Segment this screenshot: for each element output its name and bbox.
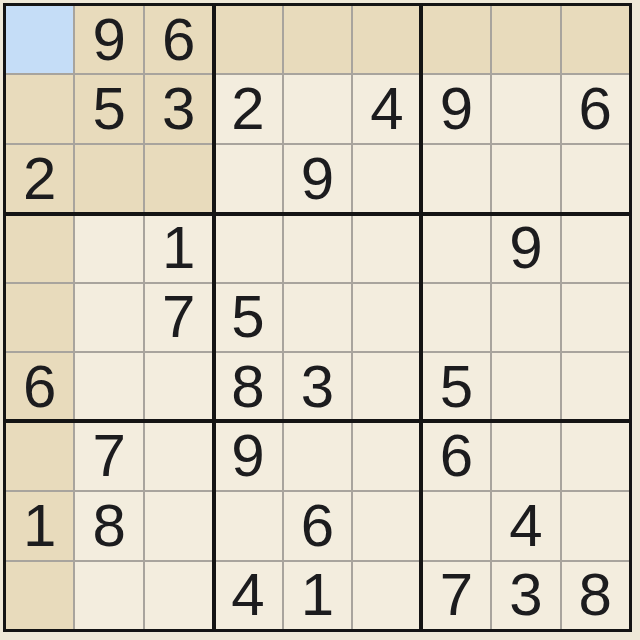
cell-r5c9[interactable] bbox=[562, 284, 629, 351]
cell-r3c8[interactable] bbox=[492, 145, 559, 212]
cell-r5c6[interactable] bbox=[353, 284, 420, 351]
cell-r2c5[interactable] bbox=[284, 75, 351, 142]
cell-r3c3[interactable] bbox=[145, 145, 212, 212]
cell-r6c9[interactable] bbox=[562, 353, 629, 420]
cell-r2c8[interactable] bbox=[492, 75, 559, 142]
cell-r5c3[interactable]: 7 bbox=[145, 284, 212, 351]
cell-r6c5[interactable]: 3 bbox=[284, 353, 351, 420]
cell-r6c2[interactable] bbox=[75, 353, 142, 420]
cell-r5c1[interactable] bbox=[6, 284, 73, 351]
cell-r2c1[interactable] bbox=[6, 75, 73, 142]
cell-r8c3[interactable] bbox=[145, 492, 212, 559]
cell-r9c3[interactable] bbox=[145, 562, 212, 629]
cell-r4c8[interactable]: 9 bbox=[492, 214, 559, 281]
cell-r8c6[interactable] bbox=[353, 492, 420, 559]
cell-r7c4[interactable]: 9 bbox=[214, 423, 281, 490]
cell-r1c6[interactable] bbox=[353, 6, 420, 73]
cell-r6c1[interactable]: 6 bbox=[6, 353, 73, 420]
cell-r4c3[interactable]: 1 bbox=[145, 214, 212, 281]
cell-r7c3[interactable] bbox=[145, 423, 212, 490]
cell-r8c1[interactable]: 1 bbox=[6, 492, 73, 559]
cell-r7c7[interactable]: 6 bbox=[423, 423, 490, 490]
cell-r6c7[interactable]: 5 bbox=[423, 353, 490, 420]
cell-r6c3[interactable] bbox=[145, 353, 212, 420]
cell-r3c1[interactable]: 2 bbox=[6, 145, 73, 212]
cell-r7c5[interactable] bbox=[284, 423, 351, 490]
cell-r6c8[interactable] bbox=[492, 353, 559, 420]
cell-r8c9[interactable] bbox=[562, 492, 629, 559]
cell-r1c5[interactable] bbox=[284, 6, 351, 73]
cell-r2c7[interactable]: 9 bbox=[423, 75, 490, 142]
cell-r8c4[interactable] bbox=[214, 492, 281, 559]
cell-r9c7[interactable]: 7 bbox=[423, 562, 490, 629]
cell-r7c6[interactable] bbox=[353, 423, 420, 490]
cell-r4c5[interactable] bbox=[284, 214, 351, 281]
cell-r3c5[interactable]: 9 bbox=[284, 145, 351, 212]
cell-r9c5[interactable]: 1 bbox=[284, 562, 351, 629]
cell-r6c4[interactable]: 8 bbox=[214, 353, 281, 420]
cell-r2c9[interactable]: 6 bbox=[562, 75, 629, 142]
cell-r9c6[interactable] bbox=[353, 562, 420, 629]
cell-r8c5[interactable]: 6 bbox=[284, 492, 351, 559]
cell-r4c4[interactable] bbox=[214, 214, 281, 281]
cell-r6c6[interactable] bbox=[353, 353, 420, 420]
cell-r9c4[interactable]: 4 bbox=[214, 562, 281, 629]
cell-r7c1[interactable] bbox=[6, 423, 73, 490]
cell-r3c6[interactable] bbox=[353, 145, 420, 212]
cell-r2c3[interactable]: 3 bbox=[145, 75, 212, 142]
cell-r4c1[interactable] bbox=[6, 214, 73, 281]
cell-r2c6[interactable]: 4 bbox=[353, 75, 420, 142]
cell-r1c9[interactable] bbox=[562, 6, 629, 73]
sudoku-board: 965324962919756835796186441738 bbox=[3, 3, 632, 632]
cell-r5c2[interactable] bbox=[75, 284, 142, 351]
cell-r1c1[interactable] bbox=[6, 6, 73, 73]
cell-r9c9[interactable]: 8 bbox=[562, 562, 629, 629]
cell-r2c4[interactable]: 2 bbox=[214, 75, 281, 142]
cell-r5c5[interactable] bbox=[284, 284, 351, 351]
cell-r3c2[interactable] bbox=[75, 145, 142, 212]
cell-r9c8[interactable]: 3 bbox=[492, 562, 559, 629]
cell-r4c7[interactable] bbox=[423, 214, 490, 281]
cell-r5c8[interactable] bbox=[492, 284, 559, 351]
cell-r8c7[interactable] bbox=[423, 492, 490, 559]
cell-r7c9[interactable] bbox=[562, 423, 629, 490]
cell-r1c4[interactable] bbox=[214, 6, 281, 73]
cell-r1c2[interactable]: 9 bbox=[75, 6, 142, 73]
cell-r5c7[interactable] bbox=[423, 284, 490, 351]
cell-r9c2[interactable] bbox=[75, 562, 142, 629]
cell-r1c7[interactable] bbox=[423, 6, 490, 73]
cell-r8c2[interactable]: 8 bbox=[75, 492, 142, 559]
cell-r3c9[interactable] bbox=[562, 145, 629, 212]
cell-r9c1[interactable] bbox=[6, 562, 73, 629]
cell-r4c6[interactable] bbox=[353, 214, 420, 281]
cell-r3c7[interactable] bbox=[423, 145, 490, 212]
cell-r2c2[interactable]: 5 bbox=[75, 75, 142, 142]
cell-r7c2[interactable]: 7 bbox=[75, 423, 142, 490]
cell-r7c8[interactable] bbox=[492, 423, 559, 490]
cell-r4c2[interactable] bbox=[75, 214, 142, 281]
cell-r1c3[interactable]: 6 bbox=[145, 6, 212, 73]
cell-r5c4[interactable]: 5 bbox=[214, 284, 281, 351]
cell-r4c9[interactable] bbox=[562, 214, 629, 281]
cell-r1c8[interactable] bbox=[492, 6, 559, 73]
cell-r8c8[interactable]: 4 bbox=[492, 492, 559, 559]
cell-r3c4[interactable] bbox=[214, 145, 281, 212]
